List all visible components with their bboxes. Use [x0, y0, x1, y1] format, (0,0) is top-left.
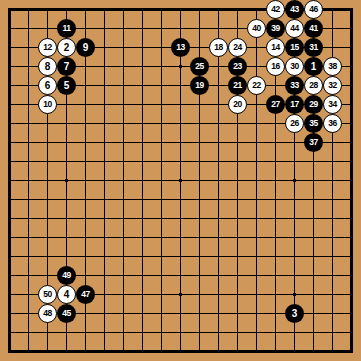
- stone-white-14[interactable]: 14: [266, 38, 285, 57]
- star-point: [293, 293, 296, 296]
- stone-black-19[interactable]: 19: [190, 76, 209, 95]
- move-number: 21: [233, 81, 242, 90]
- stone-white-46[interactable]: 46: [304, 0, 323, 19]
- stone-black-17[interactable]: 17: [285, 95, 304, 114]
- move-number: 43: [290, 5, 299, 14]
- stone-black-25[interactable]: 25: [190, 57, 209, 76]
- move-number: 41: [309, 24, 318, 33]
- stone-black-31[interactable]: 31: [304, 38, 323, 57]
- move-number: 19: [195, 81, 204, 90]
- stone-black-15[interactable]: 15: [285, 38, 304, 57]
- stones-layer: 1234567891011121314151617181920212223242…: [0, 0, 361, 361]
- stone-white-34[interactable]: 34: [323, 95, 342, 114]
- move-number: 14: [271, 43, 280, 52]
- move-number: 22: [252, 81, 261, 90]
- stone-black-37[interactable]: 37: [304, 133, 323, 152]
- stone-black-5[interactable]: 5: [57, 76, 76, 95]
- stone-white-48[interactable]: 48: [38, 304, 57, 323]
- move-number: 13: [176, 43, 185, 52]
- stone-black-9[interactable]: 9: [76, 38, 95, 57]
- stone-white-16[interactable]: 16: [266, 57, 285, 76]
- move-number: 30: [290, 62, 299, 71]
- stone-black-45[interactable]: 45: [57, 304, 76, 323]
- stone-black-29[interactable]: 29: [304, 95, 323, 114]
- move-number: 6: [45, 81, 51, 91]
- stone-white-6[interactable]: 6: [38, 76, 57, 95]
- stone-white-44[interactable]: 44: [285, 19, 304, 38]
- star-point: [179, 293, 182, 296]
- stone-black-21[interactable]: 21: [228, 76, 247, 95]
- move-number: 48: [43, 309, 52, 318]
- move-number: 27: [271, 100, 280, 109]
- move-number: 49: [62, 271, 71, 280]
- stone-white-38[interactable]: 38: [323, 57, 342, 76]
- move-number: 42: [271, 5, 280, 14]
- stone-black-11[interactable]: 11: [57, 19, 76, 38]
- move-number: 50: [43, 290, 52, 299]
- stone-black-47[interactable]: 47: [76, 285, 95, 304]
- go-board[interactable]: 1234567891011121314151617181920212223242…: [0, 0, 361, 361]
- stone-black-7[interactable]: 7: [57, 57, 76, 76]
- stone-white-24[interactable]: 24: [228, 38, 247, 57]
- star-point: [179, 65, 182, 68]
- move-number: 18: [214, 43, 223, 52]
- move-number: 15: [290, 43, 299, 52]
- stone-white-12[interactable]: 12: [38, 38, 57, 57]
- move-number: 8: [45, 62, 51, 72]
- stone-black-41[interactable]: 41: [304, 19, 323, 38]
- stone-white-28[interactable]: 28: [304, 76, 323, 95]
- stone-white-26[interactable]: 26: [285, 114, 304, 133]
- move-number: 34: [328, 100, 337, 109]
- move-number: 36: [328, 119, 337, 128]
- move-number: 37: [309, 138, 318, 147]
- star-point: [293, 179, 296, 182]
- move-number: 25: [195, 62, 204, 71]
- stone-white-36[interactable]: 36: [323, 114, 342, 133]
- move-number: 44: [290, 24, 299, 33]
- stone-white-18[interactable]: 18: [209, 38, 228, 57]
- star-point: [65, 179, 68, 182]
- star-point: [179, 179, 182, 182]
- stone-white-10[interactable]: 10: [38, 95, 57, 114]
- move-number: 7: [64, 62, 70, 72]
- move-number: 20: [233, 100, 242, 109]
- stone-white-40[interactable]: 40: [247, 19, 266, 38]
- stone-black-27[interactable]: 27: [266, 95, 285, 114]
- stone-black-3[interactable]: 3: [285, 304, 304, 323]
- move-number: 40: [252, 24, 261, 33]
- move-number: 39: [271, 24, 280, 33]
- move-number: 23: [233, 62, 242, 71]
- stone-black-49[interactable]: 49: [57, 266, 76, 285]
- move-number: 46: [309, 5, 318, 14]
- move-number: 29: [309, 100, 318, 109]
- stone-white-32[interactable]: 32: [323, 76, 342, 95]
- stone-white-22[interactable]: 22: [247, 76, 266, 95]
- stone-black-33[interactable]: 33: [285, 76, 304, 95]
- stone-white-8[interactable]: 8: [38, 57, 57, 76]
- stone-white-30[interactable]: 30: [285, 57, 304, 76]
- move-number: 47: [81, 290, 90, 299]
- move-number: 28: [309, 81, 318, 90]
- stone-white-20[interactable]: 20: [228, 95, 247, 114]
- move-number: 5: [64, 81, 70, 91]
- stone-white-4[interactable]: 4: [57, 285, 76, 304]
- stone-white-42[interactable]: 42: [266, 0, 285, 19]
- stone-black-23[interactable]: 23: [228, 57, 247, 76]
- stone-black-43[interactable]: 43: [285, 0, 304, 19]
- move-number: 33: [290, 81, 299, 90]
- move-number: 31: [309, 43, 318, 52]
- move-number: 24: [233, 43, 242, 52]
- move-number: 10: [43, 100, 52, 109]
- move-number: 16: [271, 62, 280, 71]
- move-number: 2: [64, 43, 70, 53]
- move-number: 12: [43, 43, 52, 52]
- stone-black-1[interactable]: 1: [304, 57, 323, 76]
- stone-white-50[interactable]: 50: [38, 285, 57, 304]
- move-number: 11: [62, 24, 70, 33]
- move-number: 26: [290, 119, 299, 128]
- move-number: 1: [311, 62, 317, 72]
- move-number: 3: [292, 309, 298, 319]
- move-number: 32: [328, 81, 337, 90]
- move-number: 17: [290, 100, 299, 109]
- stone-black-13[interactable]: 13: [171, 38, 190, 57]
- move-number: 4: [64, 290, 70, 300]
- stone-white-2[interactable]: 2: [57, 38, 76, 57]
- stone-black-39[interactable]: 39: [266, 19, 285, 38]
- move-number: 9: [83, 43, 89, 53]
- move-number: 45: [62, 309, 71, 318]
- stone-black-35[interactable]: 35: [304, 114, 323, 133]
- move-number: 35: [309, 119, 318, 128]
- move-number: 38: [328, 62, 337, 71]
